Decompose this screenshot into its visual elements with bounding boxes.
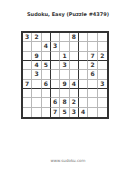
cell-r9c7: 4	[79, 108, 88, 117]
cell-r5c4	[51, 70, 60, 79]
cell-r8c4: 6	[51, 98, 60, 107]
cell-r3c1	[23, 52, 32, 61]
page-title: Sudoku, Easy (Puzzle #4379)	[0, 11, 136, 17]
cell-r4c3: 5	[42, 61, 51, 70]
cell-r6c9: 3	[98, 80, 107, 89]
cell-r9c8	[88, 108, 97, 117]
cell-r2c6	[70, 42, 79, 51]
cell-r9c2	[32, 108, 41, 117]
cell-r4c6	[70, 61, 79, 70]
cell-r8c8	[88, 98, 97, 107]
cell-r2c9	[98, 42, 107, 51]
cell-r5c9	[98, 70, 107, 79]
cell-r1c3	[42, 33, 51, 42]
cell-r4c1	[23, 61, 32, 70]
cell-r2c2	[32, 42, 41, 51]
cell-r6c2	[32, 80, 41, 89]
cell-r9c1	[23, 108, 32, 117]
cell-r1c4	[51, 33, 60, 42]
cell-r5c7	[79, 70, 88, 79]
cell-r6c1: 7	[23, 80, 32, 89]
cell-r9c6: 3	[70, 108, 79, 117]
cell-r4c2: 4	[32, 61, 41, 70]
cell-r5c5	[60, 70, 69, 79]
cell-r6c5: 9	[60, 80, 69, 89]
cell-r8c1	[23, 98, 32, 107]
cell-r1c7	[79, 33, 88, 42]
cell-r2c1	[23, 42, 32, 51]
cell-r2c4: 3	[51, 42, 60, 51]
cell-r7c8	[88, 89, 97, 98]
sudoku-board: 328439172453236769436827534	[21, 31, 109, 119]
cell-r2c8	[88, 42, 97, 51]
cell-r7c9	[98, 89, 107, 98]
cell-r5c1	[23, 70, 32, 79]
cell-r9c9	[98, 108, 107, 117]
cell-r1c6: 8	[70, 33, 79, 42]
cell-r7c1	[23, 89, 32, 98]
cell-r5c8: 6	[88, 70, 97, 79]
cell-r7c5	[60, 89, 69, 98]
cell-r3c5: 1	[60, 52, 69, 61]
cell-r3c6	[70, 52, 79, 61]
cell-r3c9: 2	[98, 52, 107, 61]
cell-r8c2	[32, 98, 41, 107]
cell-r8c5: 8	[60, 98, 69, 107]
cell-r4c8: 2	[88, 61, 97, 70]
cell-r1c5	[60, 33, 69, 42]
cell-r1c1: 3	[23, 33, 32, 42]
sudoku-sheet: Sudoku, Easy (Puzzle #4379) 328439172453…	[0, 0, 136, 176]
cell-r6c7	[79, 80, 88, 89]
cell-r1c9	[98, 33, 107, 42]
cell-r5c3	[42, 70, 51, 79]
cell-r8c9	[98, 98, 107, 107]
cell-r2c5	[60, 42, 69, 51]
cell-r5c2: 3	[32, 70, 41, 79]
cell-r7c4	[51, 89, 60, 98]
cell-r1c2: 2	[32, 33, 41, 42]
cell-r6c3: 6	[42, 80, 51, 89]
cell-r8c3	[42, 98, 51, 107]
cell-r4c9	[98, 61, 107, 70]
cell-r4c5: 3	[60, 61, 69, 70]
cell-r4c7	[79, 61, 88, 70]
cell-r5c6	[70, 70, 79, 79]
cell-r2c7	[79, 42, 88, 51]
cell-r7c6	[70, 89, 79, 98]
cell-r3c4	[51, 52, 60, 61]
cell-r6c4	[51, 80, 60, 89]
cell-r9c4: 7	[51, 108, 60, 117]
cell-r3c7	[79, 52, 88, 61]
cell-r9c5: 5	[60, 108, 69, 117]
cell-r2c3: 4	[42, 42, 51, 51]
cell-r7c3	[42, 89, 51, 98]
cell-r4c4	[51, 61, 60, 70]
cell-r7c7	[79, 89, 88, 98]
cell-r9c3	[42, 108, 51, 117]
cell-r1c8	[88, 33, 97, 42]
footer-url: www.sudoku.com	[0, 158, 136, 163]
cell-r6c6: 4	[70, 80, 79, 89]
cell-r3c3	[42, 52, 51, 61]
cell-r3c8: 7	[88, 52, 97, 61]
cell-r6c8	[88, 80, 97, 89]
cell-r8c7	[79, 98, 88, 107]
cell-r8c6: 2	[70, 98, 79, 107]
cell-r7c2	[32, 89, 41, 98]
cell-r3c2: 9	[32, 52, 41, 61]
